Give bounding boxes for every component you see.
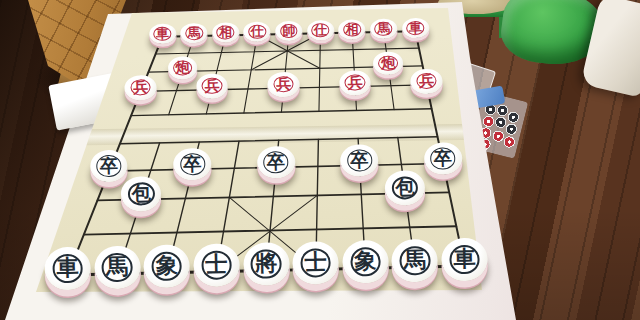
- piece-red-advisor[interactable]: 仕: [307, 20, 334, 41]
- piece-red-advisor[interactable]: 仕: [243, 21, 270, 42]
- black-general-glyph: 將: [251, 249, 282, 278]
- black-cannon-glyph: 包: [128, 182, 155, 206]
- piece-black-general[interactable]: 將: [243, 242, 290, 286]
- black-soldier-glyph: 卒: [430, 148, 455, 170]
- piece-black-soldier[interactable]: 卒: [424, 142, 462, 175]
- black-advisor-glyph: 士: [201, 251, 232, 280]
- red-soldier-glyph: 兵: [202, 78, 223, 95]
- black-chariot-glyph: 車: [449, 245, 480, 274]
- piece-red-horse[interactable]: 馬: [180, 23, 207, 44]
- red-elephant-glyph: 相: [343, 23, 361, 37]
- piece-black-advisor[interactable]: 士: [292, 241, 339, 285]
- piece-black-soldier[interactable]: 卒: [257, 146, 295, 179]
- photo-scene: 車馬相仕帥仕相馬車炮炮兵兵兵兵兵卒卒卒卒卒包包車馬象士將士象馬車: [0, 0, 640, 320]
- piece-black-horse[interactable]: 馬: [391, 239, 438, 283]
- piece-black-cannon[interactable]: 包: [385, 170, 426, 206]
- piece-red-horse[interactable]: 馬: [370, 19, 397, 40]
- black-cannon-glyph: 包: [392, 176, 419, 200]
- piece-red-cannon[interactable]: 炮: [373, 51, 403, 75]
- piece-red-chariot[interactable]: 車: [149, 24, 176, 45]
- black-soldier-glyph: 卒: [96, 155, 121, 177]
- piece-red-chariot[interactable]: 車: [402, 18, 429, 39]
- piece-black-elephant[interactable]: 象: [143, 244, 190, 288]
- piece-black-advisor[interactable]: 士: [193, 243, 240, 287]
- red-cannon-glyph: 炮: [173, 60, 193, 76]
- black-horse-glyph: 馬: [399, 246, 430, 275]
- pieces-layer: 車馬相仕帥仕相馬車炮炮兵兵兵兵兵卒卒卒卒卒包包車馬象士將士象馬車: [0, 0, 640, 320]
- piece-black-soldier[interactable]: 卒: [90, 150, 128, 183]
- piece-black-chariot[interactable]: 車: [441, 237, 488, 281]
- piece-red-elephant[interactable]: 相: [338, 19, 365, 40]
- black-elephant-glyph: 象: [350, 247, 381, 276]
- black-soldier-glyph: 卒: [347, 150, 372, 172]
- piece-black-soldier[interactable]: 卒: [340, 144, 378, 177]
- piece-red-soldier[interactable]: 兵: [339, 70, 371, 95]
- black-chariot-glyph: 車: [52, 254, 83, 283]
- red-horse-glyph: 馬: [375, 22, 393, 36]
- red-soldier-glyph: 兵: [130, 79, 151, 96]
- piece-red-soldier[interactable]: 兵: [196, 73, 228, 98]
- piece-black-cannon[interactable]: 包: [121, 176, 162, 212]
- piece-black-horse[interactable]: 馬: [94, 245, 141, 289]
- black-advisor-glyph: 士: [300, 248, 331, 277]
- piece-red-soldier[interactable]: 兵: [411, 68, 443, 93]
- red-chariot-glyph: 車: [153, 27, 171, 41]
- red-cannon-glyph: 炮: [378, 55, 398, 71]
- black-soldier-glyph: 卒: [263, 151, 288, 173]
- red-soldier-glyph: 兵: [416, 73, 437, 90]
- black-horse-glyph: 馬: [102, 253, 133, 282]
- red-advisor-glyph: 仕: [248, 25, 266, 39]
- red-general-glyph: 帥: [280, 24, 298, 38]
- piece-red-general[interactable]: 帥: [275, 21, 302, 42]
- piece-red-elephant[interactable]: 相: [212, 22, 239, 43]
- red-elephant-glyph: 相: [217, 26, 235, 40]
- red-advisor-glyph: 仕: [311, 23, 329, 37]
- black-elephant-glyph: 象: [151, 252, 182, 281]
- red-chariot-glyph: 車: [406, 21, 424, 35]
- piece-black-soldier[interactable]: 卒: [173, 148, 211, 181]
- black-soldier-glyph: 卒: [180, 153, 205, 175]
- piece-red-soldier[interactable]: 兵: [268, 72, 300, 97]
- piece-black-chariot[interactable]: 車: [44, 246, 91, 290]
- piece-black-elephant[interactable]: 象: [342, 240, 389, 284]
- red-soldier-glyph: 兵: [273, 76, 294, 93]
- red-soldier-glyph: 兵: [345, 74, 366, 91]
- piece-red-soldier[interactable]: 兵: [125, 75, 157, 100]
- red-horse-glyph: 馬: [185, 26, 203, 40]
- piece-red-cannon[interactable]: 炮: [167, 56, 197, 80]
